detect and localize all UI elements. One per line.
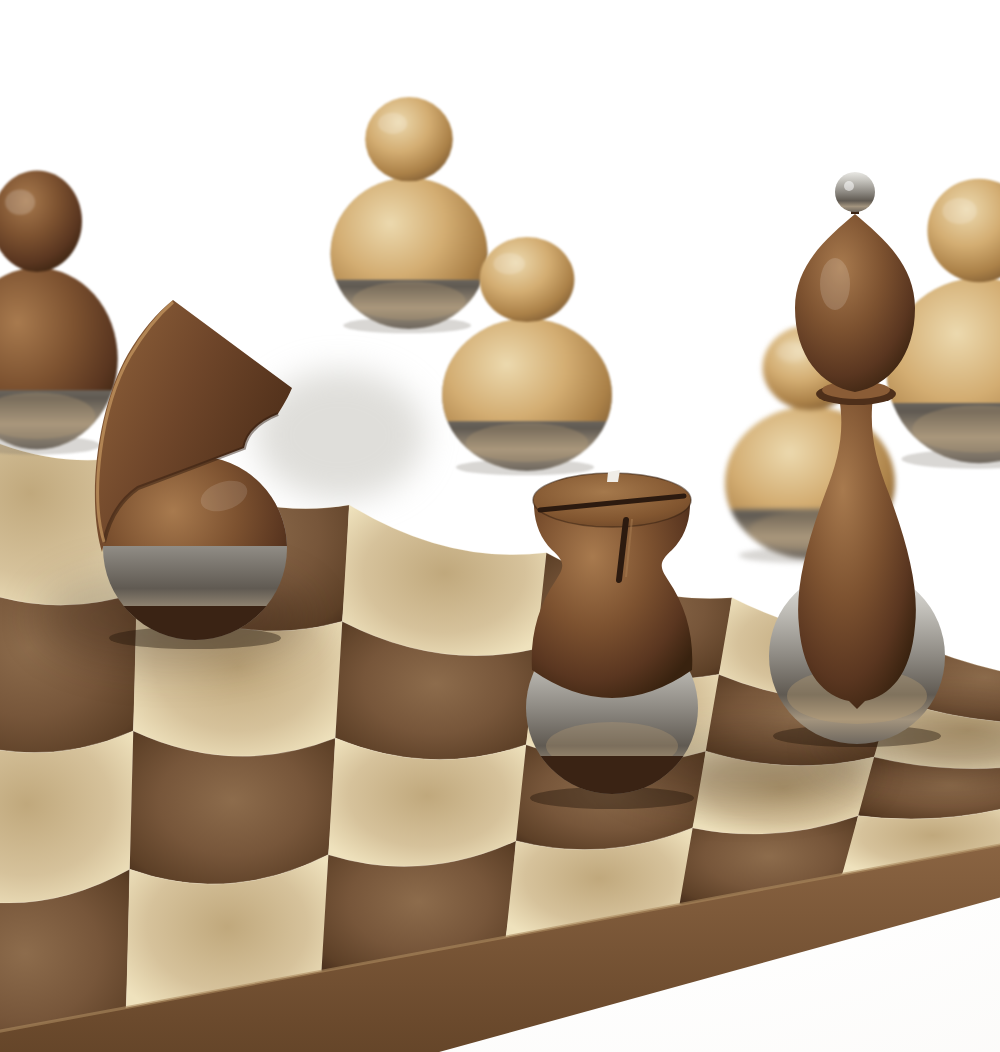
knight-walnut[interactable] — [72, 290, 314, 652]
king-walnut[interactable] — [761, 156, 961, 752]
product-photo-scene — [0, 0, 1000, 1052]
rook-walnut[interactable] — [512, 456, 712, 812]
rook-figure — [512, 456, 712, 812]
king-figure — [761, 156, 961, 752]
knight-figure — [72, 290, 314, 652]
foreground-pieces-layer — [0, 0, 1000, 1052]
